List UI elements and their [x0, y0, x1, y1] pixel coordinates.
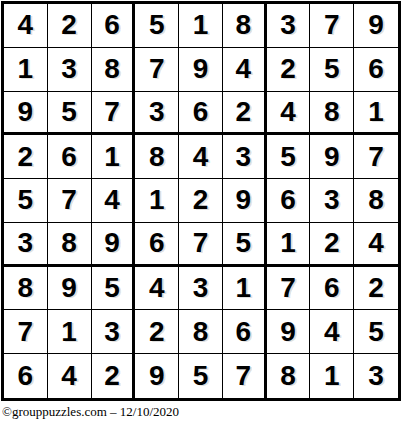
- sudoku-cell-r6c7: 1: [267, 223, 311, 267]
- sudoku-cell-r2c2: 3: [48, 48, 92, 92]
- sudoku-cell-r9c7: 8: [267, 354, 311, 398]
- sudoku-cell-r8c9: 5: [354, 310, 398, 354]
- sudoku-cell-r1c5: 1: [179, 4, 223, 48]
- sudoku-cell-r8c7: 9: [267, 310, 311, 354]
- sudoku-cell-r5c5: 2: [179, 179, 223, 223]
- sudoku-cell-r9c8: 1: [310, 354, 354, 398]
- sudoku-cell-r4c9: 7: [354, 135, 398, 179]
- sudoku-cell-r1c7: 3: [267, 4, 311, 48]
- sudoku-cell-r5c6: 9: [223, 179, 267, 223]
- sudoku-cell-r3c2: 5: [48, 92, 92, 136]
- sudoku-cell-r3c9: 1: [354, 92, 398, 136]
- sudoku-cell-r1c8: 7: [310, 4, 354, 48]
- sudoku-cell-r5c8: 3: [310, 179, 354, 223]
- sudoku-cell-r4c1: 2: [4, 135, 48, 179]
- sudoku-cell-r5c2: 7: [48, 179, 92, 223]
- sudoku-cell-r5c9: 8: [354, 179, 398, 223]
- sudoku-cell-r9c3: 2: [92, 354, 136, 398]
- sudoku-cell-r8c1: 7: [4, 310, 48, 354]
- sudoku-cell-r1c1: 4: [4, 4, 48, 48]
- sudoku-cell-r3c4: 3: [135, 92, 179, 136]
- sudoku-cell-r8c8: 4: [310, 310, 354, 354]
- sudoku-cell-r9c1: 6: [4, 354, 48, 398]
- sudoku-cell-r4c8: 9: [310, 135, 354, 179]
- sudoku-cell-r2c5: 9: [179, 48, 223, 92]
- sudoku-cell-r4c6: 3: [223, 135, 267, 179]
- sudoku-cell-r6c1: 3: [4, 223, 48, 267]
- sudoku-cell-r8c3: 3: [92, 310, 136, 354]
- sudoku-cell-r1c6: 8: [223, 4, 267, 48]
- sudoku-cell-r9c2: 4: [48, 354, 92, 398]
- sudoku-cell-r6c8: 2: [310, 223, 354, 267]
- sudoku-cell-r9c6: 7: [223, 354, 267, 398]
- sudoku-cell-r6c5: 7: [179, 223, 223, 267]
- sudoku-cell-r7c4: 4: [135, 267, 179, 311]
- sudoku-cell-r8c2: 1: [48, 310, 92, 354]
- sudoku-cell-r7c7: 7: [267, 267, 311, 311]
- sudoku-cell-r6c4: 6: [135, 223, 179, 267]
- sudoku-cell-r5c3: 4: [92, 179, 136, 223]
- sudoku-cell-r5c4: 1: [135, 179, 179, 223]
- sudoku-cell-r2c7: 2: [267, 48, 311, 92]
- sudoku-cell-r2c6: 4: [223, 48, 267, 92]
- sudoku-cell-r3c5: 6: [179, 92, 223, 136]
- sudoku-cell-r2c8: 5: [310, 48, 354, 92]
- sudoku-cell-r3c8: 8: [310, 92, 354, 136]
- sudoku-cell-r1c2: 2: [48, 4, 92, 48]
- sudoku-cell-r4c7: 5: [267, 135, 311, 179]
- sudoku-cell-r2c4: 7: [135, 48, 179, 92]
- sudoku-cell-r4c3: 1: [92, 135, 136, 179]
- sudoku-cell-r6c2: 8: [48, 223, 92, 267]
- sudoku-cell-r7c6: 1: [223, 267, 267, 311]
- sudoku-cell-r8c6: 6: [223, 310, 267, 354]
- copyright-credit: ©grouppuzzles.com – 12/10/2020: [2, 404, 179, 420]
- sudoku-cell-r1c4: 5: [135, 4, 179, 48]
- sudoku-cell-r3c1: 9: [4, 92, 48, 136]
- sudoku-cell-r4c4: 8: [135, 135, 179, 179]
- sudoku-cell-r8c4: 2: [135, 310, 179, 354]
- sudoku-cell-r7c5: 3: [179, 267, 223, 311]
- sudoku-cell-r8c5: 8: [179, 310, 223, 354]
- sudoku-cell-r7c2: 9: [48, 267, 92, 311]
- sudoku-cell-r5c7: 6: [267, 179, 311, 223]
- sudoku-cell-r2c1: 1: [4, 48, 48, 92]
- sudoku-cell-r4c5: 4: [179, 135, 223, 179]
- sudoku-cell-r1c9: 9: [354, 4, 398, 48]
- sudoku-cell-r6c9: 4: [354, 223, 398, 267]
- sudoku-cell-r3c3: 7: [92, 92, 136, 136]
- sudoku-cell-r9c5: 5: [179, 354, 223, 398]
- sudoku-cell-r7c8: 6: [310, 267, 354, 311]
- sudoku-cell-r6c6: 5: [223, 223, 267, 267]
- sudoku-cell-r9c9: 3: [354, 354, 398, 398]
- sudoku-cell-r4c2: 6: [48, 135, 92, 179]
- sudoku-cell-r6c3: 9: [92, 223, 136, 267]
- sudoku-cell-r9c4: 9: [135, 354, 179, 398]
- sudoku-cell-r1c3: 6: [92, 4, 136, 48]
- sudoku-cell-r7c3: 5: [92, 267, 136, 311]
- sudoku-board: 4265183791387942569573624812618435975741…: [1, 1, 401, 401]
- sudoku-cell-r7c9: 2: [354, 267, 398, 311]
- sudoku-cell-r3c6: 2: [223, 92, 267, 136]
- sudoku-cell-r7c1: 8: [4, 267, 48, 311]
- sudoku-cell-r2c3: 8: [92, 48, 136, 92]
- sudoku-cell-r3c7: 4: [267, 92, 311, 136]
- sudoku-cell-r2c9: 6: [354, 48, 398, 92]
- sudoku-cell-r5c1: 5: [4, 179, 48, 223]
